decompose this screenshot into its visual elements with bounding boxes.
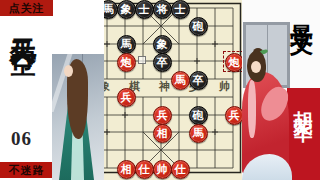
episode-number: 06 — [11, 128, 32, 150]
piece-red-馬: 馬 — [189, 124, 208, 143]
series-title: 天马行空 — [9, 17, 36, 29]
piece-black-馬: 馬 — [117, 35, 136, 54]
piece-red-兵: 兵 — [117, 88, 136, 107]
piece-red-仕: 仕 — [171, 160, 190, 179]
left-panel: 点关注 天马行空 06 不迷路 — [0, 0, 104, 180]
piece-red-兵: 兵 — [225, 106, 244, 125]
dress-trim — [248, 80, 256, 138]
piece-red-相: 相 — [153, 124, 172, 143]
piece-black-卒: 卒 — [189, 71, 208, 90]
follow-badge: 点关注 — [0, 0, 53, 16]
dont-get-lost-badge: 不迷路 — [0, 162, 53, 178]
piece-black-士: 士 — [135, 0, 154, 19]
piece-red-炮: 炮 — [117, 53, 136, 72]
face — [251, 61, 261, 73]
piece-red-相: 相 — [117, 160, 136, 179]
piece-black-士: 士 — [171, 0, 190, 19]
piece-black-象: 象 — [117, 0, 136, 19]
player-name-red: 胡荣华 — [294, 95, 313, 116]
piece-black-砲: 砲 — [189, 106, 208, 125]
piece-black-卒: 卒 — [153, 53, 172, 72]
piece-red-帅: 帅 — [153, 160, 172, 179]
right-woman-illustration — [242, 48, 292, 180]
piece-red-馬: 馬 — [171, 71, 190, 90]
piece-red-炮: 炮 — [225, 53, 244, 72]
left-woman-illustration — [52, 54, 104, 180]
player-name-black: 景学义 — [290, 5, 313, 17]
piece-black-象: 象 — [153, 35, 172, 54]
face — [64, 65, 73, 77]
piece-black-砲: 砲 — [189, 17, 208, 36]
right-panel: 景学义 胡荣华 — [242, 0, 320, 180]
thumbnail-canvas: 象棋神少帅 馬象士将士砲馬象卒卒砲炮炮馬兵兵兵相馬相仕帅仕 点关注 天马行空 0… — [0, 0, 320, 180]
piece-red-仕: 仕 — [135, 160, 154, 179]
piece-red-兵: 兵 — [153, 106, 172, 125]
move-from-marker — [138, 56, 146, 64]
piece-black-将: 将 — [153, 0, 172, 19]
